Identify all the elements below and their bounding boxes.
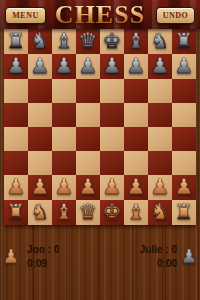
white-pawn: ♟: [76, 175, 100, 200]
square-a7[interactable]: ♟: [4, 54, 28, 79]
square-h3[interactable]: [172, 151, 196, 175]
square-d8[interactable]: ♛: [76, 29, 100, 54]
black-king: ♚: [100, 29, 124, 54]
black-player-clock: 0:00: [157, 258, 177, 270]
black-pawn: ♟: [28, 54, 52, 79]
square-e1[interactable]: ♚: [100, 200, 124, 225]
square-d2[interactable]: ♟: [76, 175, 100, 200]
white-rook: ♜: [4, 200, 28, 225]
header-bar: MENU CHESS UNDO: [0, 0, 200, 29]
square-e6[interactable]: [100, 79, 124, 103]
black-pawn: ♟: [4, 54, 28, 79]
square-g8[interactable]: ♞: [148, 29, 172, 54]
white-player-clock: 0:09: [27, 258, 47, 270]
status-bar: ♟ Jon : 0 0:09 Julie : 0 0:00 ♟: [0, 225, 200, 300]
black-pawn: ♟: [76, 54, 100, 79]
square-c8[interactable]: ♝: [52, 29, 76, 54]
chess-app-screen: MENU CHESS UNDO ♜♞♝♛♚♝♞♜♟♟♟♟♟♟♟♟♟♟♟♟♟♟♟♟…: [0, 0, 200, 300]
black-pawn: ♟: [124, 54, 148, 79]
square-g7[interactable]: ♟: [148, 54, 172, 79]
white-pawn: ♟: [52, 175, 76, 200]
square-b7[interactable]: ♟: [28, 54, 52, 79]
black-pawn: ♟: [172, 54, 196, 79]
square-c6[interactable]: [52, 79, 76, 103]
square-h4[interactable]: [172, 127, 196, 151]
square-a2[interactable]: ♟: [4, 175, 28, 200]
square-c3[interactable]: [52, 151, 76, 175]
square-c7[interactable]: ♟: [52, 54, 76, 79]
white-king: ♚: [100, 200, 124, 225]
black-knight: ♞: [148, 29, 172, 54]
black-rook: ♜: [4, 29, 28, 54]
square-a3[interactable]: [4, 151, 28, 175]
square-d5[interactable]: [76, 103, 100, 127]
square-g3[interactable]: [148, 151, 172, 175]
square-h8[interactable]: ♜: [172, 29, 196, 54]
square-d4[interactable]: [76, 127, 100, 151]
square-g1[interactable]: ♞: [148, 200, 172, 225]
square-d1[interactable]: ♛: [76, 200, 100, 225]
square-g2[interactable]: ♟: [148, 175, 172, 200]
square-d7[interactable]: ♟: [76, 54, 100, 79]
white-bishop: ♝: [124, 200, 148, 225]
square-f4[interactable]: [124, 127, 148, 151]
square-b4[interactable]: [28, 127, 52, 151]
white-pawn: ♟: [124, 175, 148, 200]
black-pawn: ♟: [148, 54, 172, 79]
white-rook: ♜: [172, 200, 196, 225]
black-player-score: Julie : 0: [140, 244, 177, 256]
white-pawn: ♟: [28, 175, 52, 200]
square-e5[interactable]: [100, 103, 124, 127]
square-b8[interactable]: ♞: [28, 29, 52, 54]
white-bishop: ♝: [52, 200, 76, 225]
square-f6[interactable]: [124, 79, 148, 103]
square-b1[interactable]: ♞: [28, 200, 52, 225]
square-a4[interactable]: [4, 127, 28, 151]
square-h2[interactable]: ♟: [172, 175, 196, 200]
square-e7[interactable]: ♟: [100, 54, 124, 79]
undo-button[interactable]: UNDO: [156, 7, 195, 24]
square-b2[interactable]: ♟: [28, 175, 52, 200]
square-g5[interactable]: [148, 103, 172, 127]
square-a1[interactable]: ♜: [4, 200, 28, 225]
white-pawn: ♟: [148, 175, 172, 200]
square-c4[interactable]: [52, 127, 76, 151]
square-f3[interactable]: [124, 151, 148, 175]
square-d3[interactable]: [76, 151, 100, 175]
square-e3[interactable]: [100, 151, 124, 175]
square-b6[interactable]: [28, 79, 52, 103]
square-f8[interactable]: ♝: [124, 29, 148, 54]
black-pawn: ♟: [100, 54, 124, 79]
square-b5[interactable]: [28, 103, 52, 127]
square-h7[interactable]: ♟: [172, 54, 196, 79]
white-pawn: ♟: [100, 175, 124, 200]
square-e8[interactable]: ♚: [100, 29, 124, 54]
square-h6[interactable]: [172, 79, 196, 103]
white-queen: ♛: [76, 200, 100, 225]
square-a8[interactable]: ♜: [4, 29, 28, 54]
square-e2[interactable]: ♟: [100, 175, 124, 200]
black-queen: ♛: [76, 29, 100, 54]
square-b3[interactable]: [28, 151, 52, 175]
square-f2[interactable]: ♟: [124, 175, 148, 200]
square-d6[interactable]: [76, 79, 100, 103]
square-g4[interactable]: [148, 127, 172, 151]
black-pawn-icon: ♟: [180, 243, 198, 269]
white-knight: ♞: [148, 200, 172, 225]
chess-board: ♜♞♝♛♚♝♞♜♟♟♟♟♟♟♟♟♟♟♟♟♟♟♟♟♜♞♝♛♚♝♞♜: [4, 29, 196, 225]
square-f7[interactable]: ♟: [124, 54, 148, 79]
black-knight: ♞: [28, 29, 52, 54]
square-h5[interactable]: [172, 103, 196, 127]
square-c1[interactable]: ♝: [52, 200, 76, 225]
white-player-score: Jon : 0: [27, 244, 59, 256]
black-bishop: ♝: [124, 29, 148, 54]
white-pawn-icon: ♟: [2, 243, 20, 269]
square-e4[interactable]: [100, 127, 124, 151]
square-a6[interactable]: [4, 79, 28, 103]
square-c5[interactable]: [52, 103, 76, 127]
white-pawn: ♟: [4, 175, 28, 200]
square-a5[interactable]: [4, 103, 28, 127]
white-pawn: ♟: [172, 175, 196, 200]
white-knight: ♞: [28, 200, 52, 225]
square-h1[interactable]: ♜: [172, 200, 196, 225]
black-pawn: ♟: [52, 54, 76, 79]
square-f5[interactable]: [124, 103, 148, 127]
black-rook: ♜: [172, 29, 196, 54]
black-bishop: ♝: [52, 29, 76, 54]
square-f1[interactable]: ♝: [124, 200, 148, 225]
square-c2[interactable]: ♟: [52, 175, 76, 200]
square-g6[interactable]: [148, 79, 172, 103]
